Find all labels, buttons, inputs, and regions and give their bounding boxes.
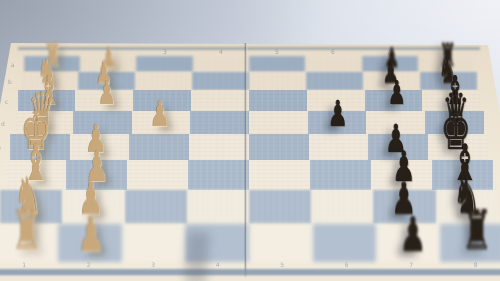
white-pawn-d3: ♟ <box>150 96 170 132</box>
white-pawn-c2: ♟ <box>97 76 115 109</box>
black-rook-h8: ♜ <box>462 203 493 258</box>
square-g5 <box>249 190 311 224</box>
square-e4 <box>189 134 249 160</box>
left-border-label-b: b <box>8 78 12 85</box>
wood-grain-texture <box>136 56 192 72</box>
square-a4 <box>193 56 249 72</box>
board-front-edge <box>0 276 500 281</box>
square-a5 <box>249 56 305 72</box>
board-row-file-e <box>10 134 488 160</box>
wood-grain-texture <box>129 134 189 160</box>
wood-grain-texture <box>249 90 307 111</box>
chessboard-photo: 1234567812345678abcdefgh ♜♞♝♛♚♝♞♜♟♟♟♟♟♟♟… <box>0 0 500 281</box>
square-f4 <box>188 160 249 190</box>
square-h5 <box>249 224 313 262</box>
wood-grain-texture <box>122 224 186 262</box>
near-border-label-4: 4 <box>216 261 220 268</box>
square-a3 <box>136 56 192 72</box>
wood-grain-texture <box>249 56 305 72</box>
square-g3 <box>125 190 187 224</box>
wood-grain-texture <box>249 160 310 190</box>
square-c4 <box>191 90 249 111</box>
square-f5 <box>249 160 310 190</box>
far-border-label-6: 6 <box>331 48 335 55</box>
square-d4 <box>190 111 249 134</box>
wood-grain-texture <box>187 190 249 224</box>
wood-grain-texture <box>191 90 249 111</box>
black-pawn-h7: ♟ <box>399 210 426 258</box>
board-far-border-line <box>18 47 480 50</box>
near-border-label-3: 3 <box>151 261 155 268</box>
board-near-border-line <box>0 269 500 276</box>
wood-grain-texture <box>249 111 308 134</box>
square-g6 <box>311 190 373 224</box>
far-border-label-4: 4 <box>219 48 223 55</box>
square-d5 <box>249 111 308 134</box>
square-g4 <box>187 190 249 224</box>
wood-grain-texture <box>249 134 309 160</box>
square-b5 <box>249 72 306 90</box>
wood-grain-texture <box>135 72 192 90</box>
square-h6 <box>313 224 377 262</box>
square-b3 <box>135 72 192 90</box>
square-b6 <box>306 72 363 90</box>
wood-grain-texture <box>310 160 371 190</box>
black-pawn-d6: ♟ <box>328 96 348 132</box>
board-row-file-a <box>24 56 475 72</box>
wood-grain-texture <box>189 134 249 160</box>
piece-shadow-smudge <box>184 231 210 281</box>
wood-grain-texture <box>306 72 363 90</box>
board-row-file-b <box>21 72 477 90</box>
square-e5 <box>249 134 309 160</box>
left-border-label-c: c <box>5 97 8 104</box>
wood-grain-texture <box>127 160 188 190</box>
wood-grain-texture <box>249 190 311 224</box>
black-pawn-c7: ♟ <box>388 76 406 109</box>
wood-grain-texture <box>192 72 249 90</box>
wood-grain-texture <box>188 160 249 190</box>
near-border-label-6: 6 <box>345 261 349 268</box>
white-rook-h1: ♜ <box>12 203 43 258</box>
board-row-file-c <box>18 90 481 111</box>
board-fold-seam <box>244 43 248 278</box>
left-border-label-d: d <box>1 119 5 126</box>
square-c5 <box>249 90 307 111</box>
far-border-label-5: 5 <box>275 48 279 55</box>
left-border-label-a: a <box>11 61 15 68</box>
wood-grain-texture <box>313 224 377 262</box>
square-a6 <box>305 56 361 72</box>
far-border-label-3: 3 <box>163 48 167 55</box>
wood-grain-texture <box>249 224 313 262</box>
wood-grain-texture <box>309 134 369 160</box>
white-pawn-h2: ♟ <box>78 210 105 258</box>
wood-grain-texture <box>193 56 249 72</box>
left-border-label-e: e <box>0 144 1 151</box>
wood-grain-texture <box>190 111 249 134</box>
wood-grain-texture <box>305 56 361 72</box>
square-b4 <box>192 72 249 90</box>
square-e6 <box>309 134 369 160</box>
wood-grain-texture <box>311 190 373 224</box>
square-f3 <box>127 160 188 190</box>
square-f6 <box>310 160 371 190</box>
square-e3 <box>129 134 189 160</box>
square-h3 <box>122 224 186 262</box>
wood-grain-texture <box>249 72 306 90</box>
wood-grain-texture <box>125 190 187 224</box>
near-border-label-5: 5 <box>280 261 284 268</box>
